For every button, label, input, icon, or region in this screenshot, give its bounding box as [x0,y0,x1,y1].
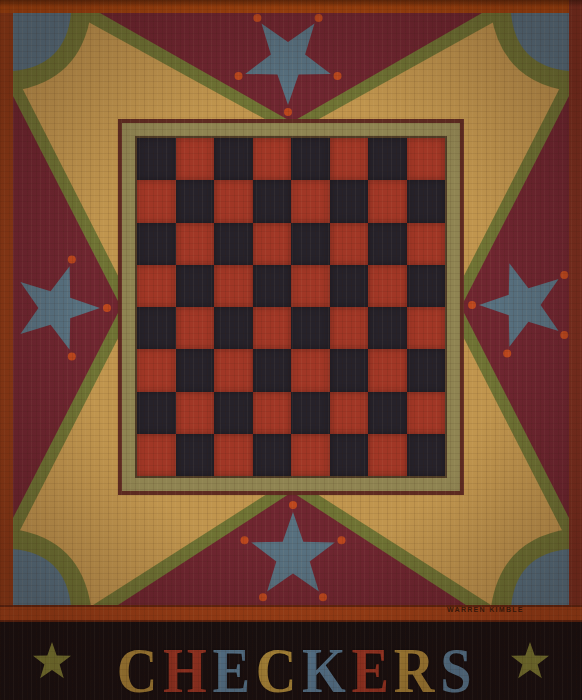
board-square [291,265,330,307]
board-frame-inner-line [135,136,447,478]
board-square [253,180,292,222]
board-square [137,434,176,476]
board-square [330,349,369,391]
board-square [368,180,407,222]
board-square [214,307,253,349]
board-square [176,392,215,434]
board-square [253,138,292,180]
board-square [330,265,369,307]
board-square [253,265,292,307]
board-grid [137,138,445,476]
board-square [253,223,292,265]
star-dot [315,14,323,22]
board-square [368,434,407,476]
board-square [137,180,176,222]
title-letter: S [440,644,471,698]
board-square [330,307,369,349]
board-square [407,265,446,307]
star-dot [560,271,568,279]
board-square [291,180,330,222]
star-dot [284,108,292,116]
title-letter: C [255,644,296,698]
board-square [137,349,176,391]
board-square [253,307,292,349]
board-square [330,392,369,434]
board-square [214,392,253,434]
title-letter: E [351,644,389,698]
board-square [214,265,253,307]
board-square [176,349,215,391]
board-square [253,392,292,434]
board-square [214,223,253,265]
star-dot [289,501,297,509]
board-square [330,434,369,476]
board-square [291,349,330,391]
board-square [137,223,176,265]
border-right [569,0,582,700]
board-square [176,434,215,476]
star-dot [468,301,476,309]
star-dot [241,536,249,544]
board-square [214,138,253,180]
board-square [253,349,292,391]
star-dot [259,593,267,601]
board-square [176,307,215,349]
border-top [0,0,582,13]
star-dot [68,353,76,361]
board-square [407,349,446,391]
title-letter: C [117,644,158,698]
star-dot [503,350,511,358]
artist-signature: WARREN KIMBLE [447,606,537,613]
title-checkers: CHECKERS [114,640,468,698]
board-square [291,307,330,349]
title-letter: H [163,644,207,698]
board-square [137,265,176,307]
board-square [176,138,215,180]
checkers-board [118,119,464,495]
board-square [407,434,446,476]
board-square [368,223,407,265]
board-square [176,223,215,265]
star-dot [319,593,327,601]
title-letter: R [394,644,435,698]
board-square [214,434,253,476]
board-square [330,138,369,180]
star-dot [103,304,111,312]
star-dot [68,256,76,264]
board-square [407,180,446,222]
board-square [291,223,330,265]
star-dot [235,72,243,80]
board-square [407,223,446,265]
board-square [368,349,407,391]
title-letter: E [213,644,251,698]
board-square [137,307,176,349]
star-dot [338,536,346,544]
board-square [368,392,407,434]
board-square [330,180,369,222]
board-square [407,307,446,349]
board-square [368,265,407,307]
board-square [176,180,215,222]
star-dot [334,72,342,80]
board-square [407,392,446,434]
board-square [253,434,292,476]
board-square [368,307,407,349]
board-square [368,138,407,180]
star-dot [560,331,568,339]
board-square [291,138,330,180]
board-square [330,223,369,265]
board-square [214,349,253,391]
title-letter: K [302,644,346,698]
board-square [176,265,215,307]
board-square [291,434,330,476]
board-square [407,138,446,180]
board-square [137,138,176,180]
star-dot [253,14,261,22]
board-square [214,180,253,222]
board-square [137,392,176,434]
checkers-poster: WARREN KIMBLE CHECKERS [0,0,582,700]
board-square [291,392,330,434]
